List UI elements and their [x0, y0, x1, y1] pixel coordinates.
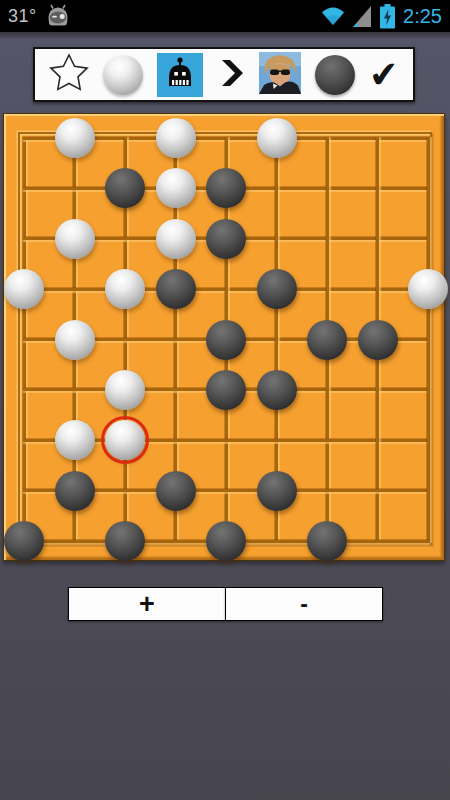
- black-stone: [307, 521, 347, 561]
- white-stone: [55, 420, 95, 460]
- black-stone: [156, 471, 196, 511]
- black-stone: [105, 521, 145, 561]
- last-move-marker: [101, 416, 149, 464]
- star-icon: [49, 53, 89, 97]
- black-stone: [307, 320, 347, 360]
- black-stone: [206, 320, 246, 360]
- increase-button[interactable]: +: [68, 587, 226, 621]
- white-stone: [55, 118, 95, 158]
- white-stone: [156, 168, 196, 208]
- black-stone: [257, 370, 297, 410]
- black-stone: [4, 521, 44, 561]
- increase-label: +: [139, 591, 155, 618]
- star-button[interactable]: [49, 53, 89, 97]
- clock-label: 2:25: [403, 5, 442, 28]
- board[interactable]: [3, 113, 445, 561]
- signal-strength-icon: [353, 6, 372, 27]
- chevron-right-icon: [217, 57, 245, 93]
- black-stone-icon: [315, 55, 355, 95]
- white-stone: [4, 269, 44, 309]
- wifi-icon: [320, 5, 346, 27]
- statusbar-shadow: [0, 32, 450, 38]
- next-button[interactable]: [217, 57, 245, 93]
- black-stone: [358, 320, 398, 360]
- black-stone: [156, 269, 196, 309]
- cyanogenmod-mascot-icon: [44, 4, 72, 28]
- white-stone: [156, 118, 196, 158]
- decrease-button[interactable]: -: [225, 587, 383, 621]
- white-stone: [156, 219, 196, 259]
- game-toolbar: ✔: [33, 47, 415, 102]
- black-stone: [206, 219, 246, 259]
- check-icon: ✔: [368, 55, 401, 93]
- status-bar: 31°: [0, 0, 450, 32]
- robot-button[interactable]: [157, 53, 203, 97]
- black-stone: [55, 471, 95, 511]
- decrease-label: -: [300, 593, 308, 616]
- white-stone: [408, 269, 448, 309]
- grid-line-vertical: [427, 137, 430, 543]
- player-photo-icon: [259, 52, 301, 98]
- black-stone: [206, 370, 246, 410]
- white-stone-button[interactable]: [103, 55, 143, 95]
- white-stone: [257, 118, 297, 158]
- black-stone: [257, 269, 297, 309]
- black-stone-button[interactable]: [315, 55, 355, 95]
- black-stone: [206, 521, 246, 561]
- white-stone: [105, 269, 145, 309]
- temperature-label: 31°: [8, 6, 37, 27]
- white-stone: [105, 370, 145, 410]
- move-controls: + -: [68, 587, 383, 621]
- white-stone-icon: [103, 55, 143, 95]
- white-stone: [55, 320, 95, 360]
- battery-charging-icon: [379, 4, 396, 29]
- human-player-button[interactable]: [259, 52, 301, 98]
- robot-icon: [157, 53, 203, 97]
- white-stone: [55, 219, 95, 259]
- black-stone: [257, 471, 297, 511]
- confirm-button[interactable]: ✔: [369, 57, 399, 93]
